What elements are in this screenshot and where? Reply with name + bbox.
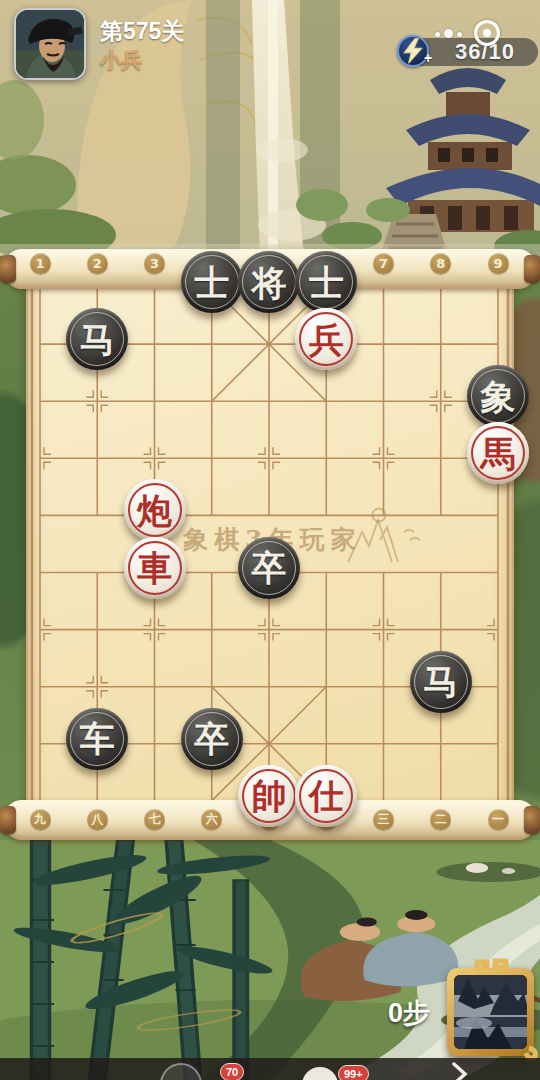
scene-gallery-button[interactable] (447, 968, 534, 1056)
roller-cap-icon (0, 255, 16, 283)
coordinate-label: 八 (87, 809, 108, 830)
piece-black-车[interactable]: 车 (66, 708, 128, 770)
piece-black-士[interactable]: 士 (181, 251, 243, 313)
toolbar-button-hint[interactable] (160, 1063, 202, 1080)
coordinate-label: 七 (144, 809, 165, 830)
roller-cap-icon (0, 806, 16, 834)
more-dots-icon (444, 29, 453, 38)
piece-red-車[interactable]: 車 (124, 537, 186, 599)
chevron-right-icon[interactable] (448, 1061, 470, 1080)
coordinate-label: 1 (30, 253, 51, 274)
piece-black-卒[interactable]: 卒 (181, 708, 243, 770)
energy-pill[interactable]: + 36/10 (398, 38, 538, 66)
more-dots-icon (457, 32, 462, 37)
coordinate-label: 3 (144, 253, 165, 274)
more-dots-icon (435, 32, 440, 37)
player-avatar[interactable] (14, 8, 86, 80)
coordinate-label: 9 (488, 253, 509, 274)
piece-red-炮[interactable]: 炮 (124, 479, 186, 541)
bottom-toolbar: 70 99+ (0, 1058, 540, 1080)
move-counter: 0步 (388, 995, 430, 1031)
piece-black-马[interactable]: 马 (66, 308, 128, 370)
roller-cap-icon (524, 255, 540, 283)
piece-black-象[interactable]: 象 (467, 365, 529, 427)
piece-black-将[interactable]: 将 (238, 251, 300, 313)
general-portrait (16, 10, 84, 78)
game-screen: 象棋3年玩家 123456789 九八七六五四三二一 士将士马兵象馬炮車卒马车卒… (0, 0, 540, 1080)
level-label: 第575关 (100, 16, 184, 47)
piece-black-马[interactable]: 马 (410, 651, 472, 713)
coordinate-label: 三 (373, 809, 394, 830)
roller-cap-icon (524, 806, 540, 834)
piece-black-士[interactable]: 士 (295, 251, 357, 313)
mountain-photo (454, 975, 527, 1049)
record-icon[interactable] (474, 20, 500, 46)
energy-plus-label: + (424, 50, 432, 66)
coordinate-label: 九 (30, 809, 51, 830)
piece-red-兵[interactable]: 兵 (295, 308, 357, 370)
badge-count-2: 99+ (338, 1065, 369, 1080)
piece-black-卒[interactable]: 卒 (238, 537, 300, 599)
coordinate-label: 一 (488, 809, 509, 830)
coordinate-label: 7 (373, 253, 394, 274)
piece-red-仕[interactable]: 仕 (295, 765, 357, 827)
badge-count-1: 70 (220, 1063, 244, 1080)
rank-label: 小兵 (100, 46, 142, 74)
toolbar-button-undo[interactable] (302, 1067, 338, 1080)
coordinate-label: 2 (87, 253, 108, 274)
piece-red-馬[interactable]: 馬 (467, 422, 529, 484)
piece-red-帥[interactable]: 帥 (238, 765, 300, 827)
